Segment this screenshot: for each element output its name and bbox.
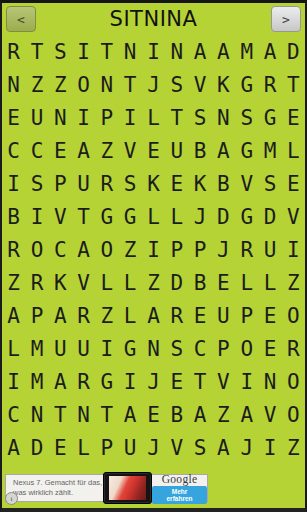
grid-cell[interactable]: C — [49, 233, 72, 266]
grid-cell[interactable]: G — [95, 200, 118, 233]
tablet-screen-image — [109, 476, 146, 500]
grid-cell[interactable]: E — [258, 300, 281, 333]
grid-cell[interactable]: A — [188, 399, 211, 432]
grid-cell[interactable]: A — [2, 432, 25, 465]
grid-cell[interactable]: R — [258, 68, 281, 101]
grid-cell[interactable]: E — [142, 134, 165, 167]
grid-cell[interactable]: Z — [95, 134, 118, 167]
grid-cell[interactable]: L — [95, 267, 118, 300]
grid-cell[interactable]: R — [282, 333, 305, 366]
grid-cell[interactable]: T — [165, 101, 188, 134]
grid-cell[interactable]: P — [25, 300, 48, 333]
grid-cell[interactable]: Z — [119, 233, 142, 266]
grid-cell[interactable]: E — [282, 167, 305, 200]
grid-cell[interactable]: K — [142, 167, 165, 200]
grid-cell[interactable]: U — [25, 101, 48, 134]
grid-cell[interactable]: P — [49, 167, 72, 200]
grid-cell[interactable]: C — [2, 134, 25, 167]
grid-cell[interactable]: E — [165, 366, 188, 399]
grid-cell[interactable]: Z — [2, 267, 25, 300]
grid-cell[interactable]: A — [49, 366, 72, 399]
grid-cell[interactable]: I — [119, 101, 142, 134]
grid-cell[interactable]: A — [49, 300, 72, 333]
grid-cell[interactable]: G — [235, 134, 258, 167]
grid-cell[interactable]: J — [142, 68, 165, 101]
grid-cell[interactable]: A — [119, 399, 142, 432]
grid-cell[interactable]: E — [165, 167, 188, 200]
grid-cell[interactable]: E — [282, 101, 305, 134]
grid-cell[interactable]: A — [2, 300, 25, 333]
grid-cell[interactable]: N — [95, 68, 118, 101]
grid-cell[interactable]: M — [258, 134, 281, 167]
grid-cell[interactable]: M — [25, 333, 48, 366]
grid-cell[interactable]: V — [165, 432, 188, 465]
grid-cell[interactable]: I — [235, 366, 258, 399]
grid-cell[interactable]: R — [72, 300, 95, 333]
grid-cell[interactable]: E — [142, 399, 165, 432]
grid-cell[interactable]: A — [72, 233, 95, 266]
grid-cell[interactable]: N — [165, 35, 188, 68]
grid-cell[interactable]: I — [119, 366, 142, 399]
grid-cell[interactable]: U — [72, 333, 95, 366]
grid-cell[interactable]: U — [258, 233, 281, 266]
grid-cell[interactable]: A — [212, 35, 235, 68]
grid-cell[interactable]: G — [235, 200, 258, 233]
grid-cell[interactable]: J — [142, 366, 165, 399]
grid-cell[interactable]: I — [2, 167, 25, 200]
grid-cell[interactable]: U — [212, 300, 235, 333]
grid-cell[interactable]: N — [212, 101, 235, 134]
grid-cell[interactable]: A — [212, 432, 235, 465]
grid-cell[interactable]: A — [212, 134, 235, 167]
grid-cell[interactable]: U — [72, 167, 95, 200]
grid-cell[interactable]: J — [188, 200, 211, 233]
grid-cell[interactable]: D — [165, 267, 188, 300]
grid-cell[interactable]: S — [165, 68, 188, 101]
tablet-image — [103, 472, 152, 504]
grid-cell[interactable]: L — [119, 267, 142, 300]
grid-cell[interactable]: P — [188, 233, 211, 266]
grid-cell[interactable]: V — [282, 200, 305, 233]
grid-cell[interactable]: O — [282, 300, 305, 333]
grid-cell[interactable]: N — [72, 399, 95, 432]
ad-info-icon[interactable]: i — [5, 492, 18, 505]
grid-cell[interactable]: A — [72, 134, 95, 167]
ad-brand-block: Google Mehr erfahren — [152, 473, 207, 504]
grid-cell[interactable]: U — [49, 333, 72, 366]
grid-cell[interactable]: P — [95, 101, 118, 134]
grid-cell[interactable]: Z — [282, 267, 305, 300]
grid-cell[interactable]: O — [282, 399, 305, 432]
grid-cell[interactable]: I — [142, 35, 165, 68]
grid-cell[interactable]: T — [188, 366, 211, 399]
grid-cell[interactable]: N — [119, 35, 142, 68]
grid-cell[interactable]: C — [188, 333, 211, 366]
grid-cell[interactable]: G — [235, 68, 258, 101]
grid-cell[interactable]: D — [212, 200, 235, 233]
letter-grid: RTSITNINAAMADNZZONTJSVKGRTEUNIPILTSNSGEC… — [2, 35, 305, 465]
grid-cell[interactable]: S — [49, 35, 72, 68]
grid-cell[interactable]: A — [258, 35, 281, 68]
grid-cell[interactable]: G — [119, 200, 142, 233]
grid-cell[interactable]: S — [258, 167, 281, 200]
grid-cell[interactable]: I — [95, 333, 118, 366]
grid-cell[interactable]: U — [165, 134, 188, 167]
grid-cell[interactable]: I — [72, 101, 95, 134]
grid-cell[interactable]: E — [212, 267, 235, 300]
grid-cell[interactable]: C — [2, 399, 25, 432]
grid-cell[interactable]: E — [49, 432, 72, 465]
grid-cell[interactable]: C — [25, 134, 48, 167]
ad-cta-button[interactable]: Mehr erfahren — [152, 486, 207, 504]
grid-cell[interactable]: I — [25, 200, 48, 233]
grid-cell[interactable]: G — [119, 333, 142, 366]
word-search-screen: < SITNINA > RTSITNINAAMADNZZONTJSVKGRTEU… — [0, 0, 307, 512]
grid-cell[interactable]: T — [95, 35, 118, 68]
grid-cell[interactable]: S — [25, 167, 48, 200]
grid-cell[interactable]: L — [165, 200, 188, 233]
grid-cell[interactable]: B — [2, 200, 25, 233]
grid-cell[interactable]: S — [119, 167, 142, 200]
ad-text-line1: Nexus 7. Gemacht für das, — [13, 478, 102, 487]
grid-cell[interactable]: L — [142, 200, 165, 233]
grid-cell[interactable]: S — [165, 333, 188, 366]
ad-text-line2: was wirklich zählt. — [13, 488, 73, 497]
grid-cell[interactable]: N — [142, 333, 165, 366]
grid-cell[interactable]: M — [235, 35, 258, 68]
grid-cell[interactable]: Z — [282, 432, 305, 465]
grid-cell[interactable]: L — [142, 101, 165, 134]
grid-cell[interactable]: L — [235, 267, 258, 300]
grid-cell[interactable]: T — [95, 399, 118, 432]
grid-cell[interactable]: V — [119, 134, 142, 167]
grid-cell[interactable]: V — [258, 399, 281, 432]
grid-cell[interactable]: Z — [49, 68, 72, 101]
grid-cell[interactable]: E — [258, 333, 281, 366]
grid-cell[interactable]: I — [72, 35, 95, 68]
grid-cell[interactable]: E — [2, 101, 25, 134]
grid-cell[interactable]: P — [212, 333, 235, 366]
grid-cell[interactable]: N — [258, 366, 281, 399]
grid-cell[interactable]: R — [25, 267, 48, 300]
grid-cell[interactable]: P — [235, 300, 258, 333]
grid-cell[interactable]: O — [282, 366, 305, 399]
header-bar: < SITNINA > — [2, 3, 305, 35]
grid-cell[interactable]: R — [2, 35, 25, 68]
grid-cell[interactable]: P — [95, 432, 118, 465]
grid-cell[interactable]: N — [25, 399, 48, 432]
grid-cell[interactable]: I — [258, 432, 281, 465]
grid-cell[interactable]: B — [188, 267, 211, 300]
ad-text: Nexus 7. Gemacht für das, was wirklich z… — [6, 478, 103, 498]
grid-cell[interactable]: J — [235, 432, 258, 465]
ad-banner[interactable]: Nexus 7. Gemacht für das, was wirklich z… — [5, 474, 208, 502]
grid-cell[interactable]: T — [282, 68, 305, 101]
grid-cell[interactable]: L — [282, 134, 305, 167]
grid-cell[interactable]: R — [2, 233, 25, 266]
grid-cell[interactable]: T — [49, 399, 72, 432]
grid-cell[interactable]: G — [95, 366, 118, 399]
grid-cell[interactable]: R — [165, 300, 188, 333]
grid-cell[interactable]: L — [119, 300, 142, 333]
grid-cell[interactable]: E — [188, 300, 211, 333]
grid-cell[interactable]: V — [72, 267, 95, 300]
grid-cell[interactable]: B — [165, 399, 188, 432]
grid-cell[interactable]: D — [258, 200, 281, 233]
grid-cell[interactable]: A — [188, 35, 211, 68]
grid-cell[interactable]: R — [72, 366, 95, 399]
grid-cell[interactable]: L — [72, 432, 95, 465]
grid-cell[interactable]: T — [25, 35, 48, 68]
grid-cell[interactable]: K — [188, 167, 211, 200]
google-logo: Google — [162, 473, 198, 485]
grid-cell[interactable]: S — [188, 432, 211, 465]
grid-cell[interactable]: O — [235, 333, 258, 366]
grid-cell[interactable]: L — [258, 267, 281, 300]
puzzle-title: SITNINA — [110, 7, 198, 31]
grid-cell[interactable]: Z — [142, 267, 165, 300]
grid-cell[interactable]: I — [282, 233, 305, 266]
grid-cell[interactable]: L — [2, 333, 25, 366]
grid-cell[interactable]: J — [142, 432, 165, 465]
grid-cell[interactable]: A — [142, 300, 165, 333]
grid-cell[interactable]: N — [2, 68, 25, 101]
grid-cell[interactable]: T — [119, 68, 142, 101]
grid-cell[interactable]: D — [282, 35, 305, 68]
grid-cell[interactable]: V — [188, 68, 211, 101]
grid-cell[interactable]: J — [212, 233, 235, 266]
grid-cell[interactable]: O — [72, 68, 95, 101]
grid-cell[interactable]: M — [25, 366, 48, 399]
grid-cell[interactable]: R — [95, 167, 118, 200]
grid-cell[interactable]: E — [49, 134, 72, 167]
grid-cell[interactable]: Z — [95, 300, 118, 333]
grid-cell[interactable]: V — [212, 366, 235, 399]
grid-cell[interactable]: T — [72, 200, 95, 233]
grid-cell[interactable]: P — [165, 233, 188, 266]
grid-cell[interactable]: A — [235, 399, 258, 432]
grid-cell[interactable]: S — [235, 101, 258, 134]
grid-cell[interactable]: O — [25, 233, 48, 266]
grid-cell[interactable]: V — [49, 200, 72, 233]
grid-cell[interactable]: Z — [212, 399, 235, 432]
grid-cell[interactable]: D — [25, 432, 48, 465]
next-puzzle-button[interactable]: > — [271, 6, 301, 32]
grid-cell[interactable]: R — [235, 233, 258, 266]
grid-cell[interactable]: G — [258, 101, 281, 134]
grid-cell[interactable]: B — [212, 167, 235, 200]
grid-cell[interactable]: Z — [25, 68, 48, 101]
grid-cell[interactable]: U — [119, 432, 142, 465]
grid-cell[interactable]: B — [188, 134, 211, 167]
grid-cell[interactable]: K — [212, 68, 235, 101]
grid-cell[interactable]: V — [235, 167, 258, 200]
grid-cell[interactable]: N — [49, 101, 72, 134]
grid-cell[interactable]: I — [2, 366, 25, 399]
grid-cell[interactable]: I — [142, 233, 165, 266]
grid-cell[interactable]: S — [188, 101, 211, 134]
grid-cell[interactable]: K — [49, 267, 72, 300]
grid-cell[interactable]: O — [95, 233, 118, 266]
prev-puzzle-button[interactable]: < — [6, 6, 36, 32]
